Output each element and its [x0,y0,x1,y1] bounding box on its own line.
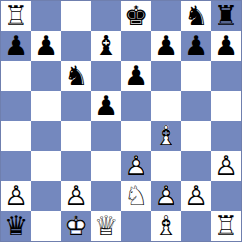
square-c2[interactable]: ♟♙ [61,181,91,211]
square-a5[interactable] [1,91,31,121]
black-piece-glyph: ♟ [121,61,151,91]
square-g6[interactable] [181,61,211,91]
square-a2[interactable]: ♟♙ [1,181,31,211]
square-f6[interactable] [151,61,181,91]
square-g3[interactable] [181,151,211,181]
piece-black-rook[interactable]: ♜ [211,1,241,31]
square-f1[interactable]: ♝♗ [151,211,181,241]
square-d8[interactable] [91,1,121,31]
black-piece-glyph: ♜ [211,1,241,31]
piece-white-pawn[interactable]: ♟♙ [151,181,181,211]
piece-black-pawn[interactable]: ♟ [211,31,241,61]
square-e5[interactable] [121,91,151,121]
piece-black-knight[interactable]: ♞ [181,1,211,31]
square-g2[interactable]: ♟♙ [181,181,211,211]
square-e3[interactable]: ♟♙ [121,151,151,181]
square-c4[interactable] [61,121,91,151]
square-e6[interactable]: ♟ [121,61,151,91]
square-d7[interactable]: ♝ [91,31,121,61]
piece-white-bishop[interactable]: ♝♗ [151,211,181,241]
square-e7[interactable] [121,31,151,61]
black-piece-glyph: ♝ [91,31,121,61]
piece-white-bishop[interactable]: ♝♗ [151,121,181,151]
square-f7[interactable]: ♟ [151,31,181,61]
black-piece-glyph: ♟ [91,91,121,121]
white-piece-outline-glyph: ♗ [151,121,181,151]
square-a1[interactable]: ♛ [1,211,31,241]
piece-black-knight[interactable]: ♞ [61,61,91,91]
square-c3[interactable] [61,151,91,181]
square-c5[interactable] [61,91,91,121]
white-piece-outline-glyph: ♖ [1,1,31,31]
square-d1[interactable]: ♛♕ [91,211,121,241]
black-piece-glyph: ♟ [31,31,61,61]
square-d2[interactable] [91,181,121,211]
square-d5[interactable]: ♟ [91,91,121,121]
square-d6[interactable] [91,61,121,91]
square-h3[interactable]: ♟♙ [211,151,241,181]
square-a6[interactable] [1,61,31,91]
square-e8[interactable]: ♚ [121,1,151,31]
square-c7[interactable] [61,31,91,61]
piece-white-pawn[interactable]: ♟♙ [1,181,31,211]
chess-board-container: ♜♖♚♞♜♟♟♝♟♟♟♞♟♟♝♗♟♙♟♙♟♙♟♙♞♘♟♙♟♙♛♚♔♛♕♝♗♜♖ [0,0,242,242]
piece-white-knight[interactable]: ♞♘ [121,181,151,211]
black-piece-glyph: ♟ [1,31,31,61]
black-piece-glyph: ♛ [1,211,31,241]
white-piece-outline-glyph: ♙ [1,181,31,211]
square-b8[interactable] [31,1,61,31]
square-c1[interactable]: ♚♔ [61,211,91,241]
white-piece-outline-glyph: ♙ [121,151,151,181]
piece-white-king[interactable]: ♚♔ [61,211,91,241]
piece-white-pawn[interactable]: ♟♙ [211,151,241,181]
piece-black-pawn[interactable]: ♟ [31,31,61,61]
chess-board: ♜♖♚♞♜♟♟♝♟♟♟♞♟♟♝♗♟♙♟♙♟♙♟♙♞♘♟♙♟♙♛♚♔♛♕♝♗♜♖ [0,0,242,242]
square-b3[interactable] [31,151,61,181]
piece-white-rook[interactable]: ♜♖ [211,211,241,241]
square-e2[interactable]: ♞♘ [121,181,151,211]
square-h7[interactable]: ♟ [211,31,241,61]
white-piece-outline-glyph: ♙ [181,181,211,211]
square-a8[interactable]: ♜♖ [1,1,31,31]
piece-black-pawn[interactable]: ♟ [121,61,151,91]
square-f8[interactable] [151,1,181,31]
black-piece-glyph: ♞ [61,61,91,91]
piece-white-pawn[interactable]: ♟♙ [121,151,151,181]
square-b1[interactable] [31,211,61,241]
square-h2[interactable] [211,181,241,211]
piece-black-bishop[interactable]: ♝ [91,31,121,61]
piece-white-rook[interactable]: ♜♖ [1,1,31,31]
square-h5[interactable] [211,91,241,121]
square-f5[interactable] [151,91,181,121]
piece-black-pawn[interactable]: ♟ [181,31,211,61]
piece-white-pawn[interactable]: ♟♙ [181,181,211,211]
square-d3[interactable] [91,151,121,181]
square-h1[interactable]: ♜♖ [211,211,241,241]
square-g7[interactable]: ♟ [181,31,211,61]
square-g4[interactable] [181,121,211,151]
square-h6[interactable] [211,61,241,91]
white-piece-outline-glyph: ♖ [211,211,241,241]
piece-white-pawn[interactable]: ♟♙ [61,181,91,211]
black-piece-glyph: ♟ [181,31,211,61]
piece-black-king[interactable]: ♚ [121,1,151,31]
square-b2[interactable] [31,181,61,211]
square-a4[interactable] [1,121,31,151]
piece-black-queen[interactable]: ♛ [1,211,31,241]
piece-black-pawn[interactable]: ♟ [1,31,31,61]
piece-white-queen[interactable]: ♛♕ [91,211,121,241]
square-c6[interactable]: ♞ [61,61,91,91]
black-piece-glyph: ♚ [121,1,151,31]
black-piece-glyph: ♞ [181,1,211,31]
square-d4[interactable] [91,121,121,151]
piece-black-pawn[interactable]: ♟ [151,31,181,61]
square-e4[interactable] [121,121,151,151]
square-h4[interactable] [211,121,241,151]
square-g5[interactable] [181,91,211,121]
square-b4[interactable] [31,121,61,151]
square-g8[interactable]: ♞ [181,1,211,31]
black-piece-glyph: ♟ [211,31,241,61]
white-piece-outline-glyph: ♘ [121,181,151,211]
white-piece-outline-glyph: ♔ [61,211,91,241]
white-piece-outline-glyph: ♙ [61,181,91,211]
square-b7[interactable]: ♟ [31,31,61,61]
square-b5[interactable] [31,91,61,121]
square-f2[interactable]: ♟♙ [151,181,181,211]
piece-black-pawn[interactable]: ♟ [91,91,121,121]
square-a3[interactable] [1,151,31,181]
square-e1[interactable] [121,211,151,241]
square-f4[interactable]: ♝♗ [151,121,181,151]
white-piece-outline-glyph: ♙ [151,181,181,211]
white-piece-outline-glyph: ♙ [211,151,241,181]
white-piece-outline-glyph: ♗ [151,211,181,241]
square-h8[interactable]: ♜ [211,1,241,31]
square-f3[interactable] [151,151,181,181]
black-piece-glyph: ♟ [151,31,181,61]
white-piece-outline-glyph: ♕ [91,211,121,241]
square-a7[interactable]: ♟ [1,31,31,61]
square-b6[interactable] [31,61,61,91]
square-c8[interactable] [61,1,91,31]
square-g1[interactable] [181,211,211,241]
